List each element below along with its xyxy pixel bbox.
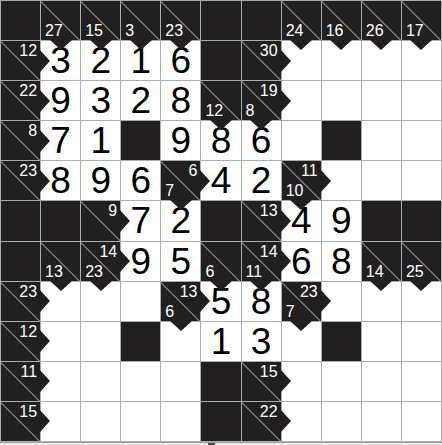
answer-cell[interactable] (362, 322, 401, 361)
clue-cell: 15 (81, 1, 120, 40)
entered-digit: 6 (242, 121, 281, 160)
answer-cell[interactable] (41, 362, 80, 401)
answer-cell[interactable]: 8 (322, 242, 361, 281)
answer-cell[interactable] (41, 282, 80, 321)
answer-cell[interactable] (161, 322, 200, 361)
clue-cell: 198 (242, 81, 281, 120)
down-clue-number: 3 (125, 21, 134, 40)
clue-cell: 15 (242, 362, 281, 401)
block-cell (201, 362, 240, 401)
clue-cell: 30 (242, 41, 281, 80)
block-cell (121, 121, 160, 160)
answer-cell[interactable] (282, 402, 321, 441)
across-clue-number: 14 (99, 242, 117, 261)
entered-digit: 9 (41, 81, 80, 120)
entered-digit: 8 (201, 121, 240, 160)
answer-cell[interactable]: 1 (201, 322, 240, 361)
down-clue-number: 16 (326, 21, 344, 40)
clue-cell: 12 (1, 41, 40, 80)
clue-cell: 1423 (81, 242, 120, 281)
down-clue-number: 27 (45, 21, 63, 40)
entered-digit: 1 (201, 322, 240, 361)
entered-digit: 8 (322, 242, 361, 281)
answer-cell[interactable] (402, 41, 441, 80)
down-clue-number: 8 (246, 101, 255, 120)
entered-digit: 9 (121, 242, 160, 281)
clue-cell: 13 (242, 201, 281, 240)
clue-cell: 15 (1, 402, 40, 441)
answer-cell[interactable] (402, 282, 441, 321)
clue-cell: 16 (322, 1, 361, 40)
kakuro-board: 2715323241626171232163022932812198871986… (0, 0, 442, 442)
across-clue-number: 15 (19, 402, 37, 421)
across-clue-number: 13 (260, 201, 278, 220)
answer-cell[interactable]: 6 (161, 41, 200, 80)
answer-cell[interactable] (81, 362, 120, 401)
answer-cell[interactable] (322, 362, 361, 401)
clue-cell: 22 (242, 402, 281, 441)
answer-cell[interactable] (362, 161, 401, 200)
clue-cell: 13 (41, 242, 80, 281)
answer-cell[interactable]: 9 (81, 161, 120, 200)
clue-cell: 9 (81, 201, 120, 240)
answer-cell[interactable] (362, 282, 401, 321)
entered-digit: 5 (161, 242, 200, 281)
down-clue-number: 14 (366, 262, 384, 281)
across-clue-number: 6 (189, 161, 198, 180)
answer-cell[interactable] (282, 121, 321, 160)
answer-cell[interactable]: 7 (41, 121, 80, 160)
across-clue-number: 9 (108, 201, 117, 220)
block-cell (201, 402, 240, 441)
answer-cell[interactable] (282, 362, 321, 401)
answer-cell[interactable] (322, 402, 361, 441)
entered-digit: 7 (41, 121, 80, 160)
answer-cell[interactable] (322, 41, 361, 80)
answer-cell[interactable]: 1 (121, 41, 160, 80)
clue-cell: 8 (1, 121, 40, 160)
answer-cell[interactable] (402, 121, 441, 160)
answer-cell[interactable]: 6 (121, 161, 160, 200)
entered-digit: 4 (282, 201, 321, 240)
down-clue-number: 7 (165, 181, 174, 200)
clue-cell: 12 (201, 81, 240, 120)
answer-cell[interactable]: 4 (201, 161, 240, 200)
answer-cell[interactable] (161, 402, 200, 441)
answer-cell[interactable] (322, 81, 361, 120)
across-clue-number: 23 (19, 282, 37, 301)
clue-cell: 6 (201, 242, 240, 281)
across-clue-number: 19 (260, 81, 278, 100)
down-clue-number: 13 (45, 262, 63, 281)
answer-cell[interactable] (161, 362, 200, 401)
entered-digit: 1 (81, 121, 120, 160)
answer-cell[interactable] (282, 41, 321, 80)
block-cell (121, 322, 160, 361)
entered-digit: 1 (121, 41, 160, 80)
across-clue-number: 11 (301, 161, 318, 180)
across-clue-number: 30 (260, 41, 278, 60)
entered-digit: 6 (282, 242, 321, 281)
block-cell (362, 201, 401, 240)
across-clue-number: 22 (260, 402, 278, 421)
answer-cell[interactable] (282, 81, 321, 120)
clue-cell: 12 (1, 322, 40, 361)
clue-cell: 11 (1, 362, 40, 401)
across-clue-number: 14 (260, 242, 278, 261)
down-clue-number: 6 (165, 302, 174, 321)
clue-cell: 27 (41, 1, 80, 40)
block-cell (201, 1, 240, 40)
clue-cell: 25 (402, 242, 441, 281)
block-cell (402, 201, 441, 240)
clue-cell: 17 (402, 1, 441, 40)
block-cell (1, 201, 40, 240)
entered-digit: 9 (161, 121, 200, 160)
across-clue-number: 15 (260, 362, 278, 381)
entered-digit: 2 (121, 81, 160, 120)
answer-cell[interactable] (282, 322, 321, 361)
down-clue-number: 15 (85, 21, 103, 40)
answer-cell[interactable] (362, 41, 401, 80)
answer-cell[interactable] (402, 362, 441, 401)
clue-cell: 23 (161, 1, 200, 40)
entered-digit: 7 (121, 201, 160, 240)
down-clue-number: 23 (165, 21, 183, 40)
answer-cell[interactable] (402, 322, 441, 361)
down-clue-number: 24 (286, 21, 304, 40)
answer-cell[interactable] (121, 282, 160, 321)
entered-digit: 8 (41, 161, 80, 200)
entered-digit: 3 (81, 81, 120, 120)
entered-digit: 2 (242, 161, 281, 200)
entered-digit: 6 (121, 161, 160, 200)
across-clue-number: 11 (20, 362, 37, 381)
down-clue-number: 25 (406, 262, 424, 281)
answer-cell[interactable] (362, 402, 401, 441)
answer-cell[interactable]: 9 (41, 81, 80, 120)
answer-cell[interactable]: 9 (161, 121, 200, 160)
answer-cell[interactable]: 1 (81, 121, 120, 160)
answer-cell[interactable]: 9 (322, 201, 361, 240)
answer-cell[interactable]: 2 (81, 41, 120, 80)
answer-cell[interactable]: 6 (242, 121, 281, 160)
across-clue-number: 13 (180, 282, 198, 301)
answer-cell[interactable] (81, 282, 120, 321)
answer-cell[interactable] (362, 121, 401, 160)
entered-digit: 8 (161, 81, 200, 120)
entered-digit: 9 (322, 201, 361, 240)
across-clue-number: 23 (300, 282, 318, 301)
answer-cell[interactable] (322, 161, 361, 200)
across-clue-number: 22 (19, 81, 37, 100)
answer-cell[interactable] (41, 322, 80, 361)
entered-digit: 8 (242, 282, 281, 321)
answer-cell[interactable]: 4 (282, 201, 321, 240)
clue-cell: 14 (362, 242, 401, 281)
answer-cell[interactable] (402, 161, 441, 200)
kakuro-app: 2715323241626171232163022932812198871986… (0, 0, 442, 445)
answer-cell[interactable]: 2 (161, 201, 200, 240)
answer-cell[interactable]: 7 (121, 201, 160, 240)
down-clue-number: 12 (205, 101, 223, 120)
block-cell (201, 41, 240, 80)
answer-cell[interactable]: 6 (282, 242, 321, 281)
answer-cell[interactable]: 8 (41, 161, 80, 200)
clue-cell: 24 (282, 1, 321, 40)
clue-cell: 136 (161, 282, 200, 321)
down-clue-number: 7 (286, 302, 295, 321)
answer-cell[interactable] (402, 402, 441, 441)
answer-cell[interactable] (322, 282, 361, 321)
block-cell (41, 201, 80, 240)
down-clue-number: 26 (366, 21, 384, 40)
answer-cell[interactable]: 2 (121, 81, 160, 120)
entered-digit: 3 (41, 41, 80, 80)
answer-cell[interactable]: 8 (201, 121, 240, 160)
clue-cell: 26 (362, 1, 401, 40)
clue-cell: 1411 (242, 242, 281, 281)
entered-digit: 3 (242, 322, 281, 361)
down-clue-number: 23 (85, 262, 103, 281)
entered-digit: 2 (81, 41, 120, 80)
across-clue-number: 12 (19, 41, 37, 60)
answer-cell[interactable]: 3 (242, 322, 281, 361)
clue-cell: 23 (1, 282, 40, 321)
entered-digit: 6 (161, 41, 200, 80)
block-cell (242, 1, 281, 40)
answer-cell[interactable] (362, 81, 401, 120)
answer-cell[interactable] (81, 322, 120, 361)
clue-cell: 67 (161, 161, 200, 200)
clue-cell: 23 (1, 161, 40, 200)
clue-cell: 22 (1, 81, 40, 120)
down-clue-number: 11 (246, 262, 263, 281)
answer-cell[interactable] (362, 362, 401, 401)
answer-cell[interactable] (41, 402, 80, 441)
clue-cell: 1110 (282, 161, 321, 200)
block-cell (322, 322, 361, 361)
entered-digit: 5 (201, 282, 240, 321)
answer-cell[interactable]: 3 (81, 81, 120, 120)
clue-cell: 237 (282, 282, 321, 321)
down-clue-number: 6 (205, 262, 214, 281)
answer-cell[interactable]: 5 (201, 282, 240, 321)
answer-cell[interactable]: 8 (161, 81, 200, 120)
entered-digit: 2 (161, 201, 200, 240)
answer-cell[interactable] (121, 402, 160, 441)
answer-cell[interactable] (402, 81, 441, 120)
answer-cell[interactable] (121, 362, 160, 401)
across-clue-number: 8 (28, 121, 37, 140)
answer-cell[interactable]: 9 (121, 242, 160, 281)
answer-cell[interactable] (81, 402, 120, 441)
block-cell (1, 1, 40, 40)
down-clue-number: 10 (286, 181, 304, 200)
block-cell (1, 242, 40, 281)
entered-digit: 4 (201, 161, 240, 200)
block-cell (322, 121, 361, 160)
answer-cell[interactable]: 2 (242, 161, 281, 200)
across-clue-number: 12 (19, 322, 37, 341)
answer-cell[interactable]: 5 (161, 242, 200, 281)
answer-cell[interactable]: 3 (41, 41, 80, 80)
across-clue-number: 23 (19, 161, 37, 180)
down-clue-number: 17 (406, 21, 424, 40)
clue-cell: 3 (121, 1, 160, 40)
answer-cell[interactable]: 8 (242, 282, 281, 321)
entered-digit: 9 (81, 161, 120, 200)
block-cell (201, 201, 240, 240)
